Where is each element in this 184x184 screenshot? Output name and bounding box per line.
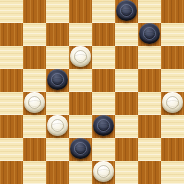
square-f1	[115, 161, 138, 184]
square-f5	[115, 69, 138, 92]
square-g6	[138, 46, 161, 69]
square-a7[interactable]	[0, 23, 23, 46]
square-g3[interactable]	[138, 115, 161, 138]
square-a3[interactable]	[0, 115, 23, 138]
square-e2	[92, 138, 115, 161]
white-man[interactable]: ⛀	[70, 46, 91, 67]
square-b5	[23, 69, 46, 92]
square-a6	[0, 46, 23, 69]
white-man-glyph: ⛀	[93, 161, 114, 182]
black-man[interactable]: ⛂	[47, 69, 68, 90]
checkers-board: ⛂⛂⛀⛂⛀⛀⛀⛂⛂⛀	[0, 0, 184, 184]
square-f7	[115, 23, 138, 46]
square-c1[interactable]	[46, 161, 69, 184]
square-g1[interactable]	[138, 161, 161, 184]
white-man[interactable]: ⛀	[162, 92, 183, 113]
square-h1	[161, 161, 184, 184]
square-d7	[69, 23, 92, 46]
square-g4	[138, 92, 161, 115]
square-e6	[92, 46, 115, 69]
square-b6[interactable]	[23, 46, 46, 69]
square-b1	[23, 161, 46, 184]
square-d2[interactable]: ⛂	[69, 138, 92, 161]
black-man[interactable]: ⛂	[116, 0, 137, 21]
white-man[interactable]: ⛀	[24, 92, 45, 113]
black-man[interactable]: ⛂	[139, 23, 160, 44]
square-b8[interactable]	[23, 0, 46, 23]
black-man[interactable]: ⛂	[93, 115, 114, 136]
square-h8[interactable]	[161, 0, 184, 23]
black-man-glyph: ⛂	[47, 69, 68, 90]
square-h7	[161, 23, 184, 46]
square-d8[interactable]	[69, 0, 92, 23]
square-a2	[0, 138, 23, 161]
white-man-glyph: ⛀	[24, 92, 45, 113]
square-h5	[161, 69, 184, 92]
square-g2	[138, 138, 161, 161]
square-f6[interactable]	[115, 46, 138, 69]
square-e5[interactable]	[92, 69, 115, 92]
square-c8	[46, 0, 69, 23]
square-d5	[69, 69, 92, 92]
square-e4	[92, 92, 115, 115]
white-man[interactable]: ⛀	[93, 161, 114, 182]
black-man-glyph: ⛂	[116, 0, 137, 21]
square-d4[interactable]	[69, 92, 92, 115]
square-a1[interactable]	[0, 161, 23, 184]
square-b4[interactable]: ⛀	[23, 92, 46, 115]
square-f2[interactable]	[115, 138, 138, 161]
square-e1[interactable]: ⛀	[92, 161, 115, 184]
square-b2[interactable]	[23, 138, 46, 161]
square-d3	[69, 115, 92, 138]
square-c7[interactable]	[46, 23, 69, 46]
black-man-glyph: ⛂	[93, 115, 114, 136]
white-man-glyph: ⛀	[70, 46, 91, 67]
white-man[interactable]: ⛀	[47, 115, 68, 136]
square-b7	[23, 23, 46, 46]
square-h3	[161, 115, 184, 138]
square-g8	[138, 0, 161, 23]
black-man[interactable]: ⛂	[70, 138, 91, 159]
square-c2	[46, 138, 69, 161]
square-h2[interactable]	[161, 138, 184, 161]
square-a5[interactable]	[0, 69, 23, 92]
square-a4	[0, 92, 23, 115]
square-e7[interactable]	[92, 23, 115, 46]
square-b3	[23, 115, 46, 138]
square-c6	[46, 46, 69, 69]
square-d6[interactable]: ⛀	[69, 46, 92, 69]
square-d1	[69, 161, 92, 184]
square-c3[interactable]: ⛀	[46, 115, 69, 138]
white-man-glyph: ⛀	[162, 92, 183, 113]
square-g7[interactable]: ⛂	[138, 23, 161, 46]
square-h6[interactable]	[161, 46, 184, 69]
square-e3[interactable]: ⛂	[92, 115, 115, 138]
square-c4	[46, 92, 69, 115]
square-f3	[115, 115, 138, 138]
black-man-glyph: ⛂	[70, 138, 91, 159]
square-c5[interactable]: ⛂	[46, 69, 69, 92]
square-g5[interactable]	[138, 69, 161, 92]
square-a8	[0, 0, 23, 23]
square-f8[interactable]: ⛂	[115, 0, 138, 23]
square-e8	[92, 0, 115, 23]
white-man-glyph: ⛀	[47, 115, 68, 136]
black-man-glyph: ⛂	[139, 23, 160, 44]
square-h4[interactable]: ⛀	[161, 92, 184, 115]
square-f4[interactable]	[115, 92, 138, 115]
